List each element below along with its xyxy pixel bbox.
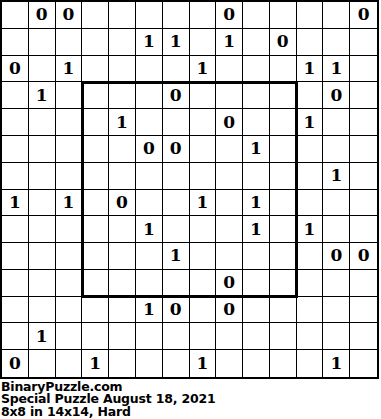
- cell-r4c7[interactable]: [190, 109, 217, 136]
- cell-r9c0[interactable]: [2, 243, 29, 270]
- cell-r7c0: 1: [2, 190, 29, 217]
- cell-r2c11: 1: [297, 56, 324, 83]
- cell-r0c13: 0: [350, 2, 377, 29]
- cell-r1c5: 1: [136, 29, 163, 56]
- cell-r5c12[interactable]: [323, 136, 350, 163]
- cell-r7c2: 1: [56, 190, 83, 217]
- cell-r9c12: 0: [323, 243, 350, 270]
- cell-r1c0[interactable]: [2, 29, 29, 56]
- cell-r6c3[interactable]: [82, 163, 109, 190]
- cell-r7c4: 0: [109, 190, 136, 217]
- cell-r3c4[interactable]: [109, 82, 136, 109]
- cell-r10c8: 0: [216, 270, 243, 297]
- cell-r11c5: 1: [136, 297, 163, 324]
- cell-r2c8[interactable]: [216, 56, 243, 83]
- cell-r6c4[interactable]: [109, 163, 136, 190]
- cell-r6c9[interactable]: [243, 163, 270, 190]
- cell-r11c11[interactable]: [297, 297, 324, 324]
- cell-r2c10[interactable]: [270, 56, 297, 83]
- cell-r5c7[interactable]: [190, 136, 217, 163]
- cell-r2c0: 0: [2, 56, 29, 83]
- cell-r1c13[interactable]: [350, 29, 377, 56]
- cell-r6c0[interactable]: [2, 163, 29, 190]
- cell-r5c2[interactable]: [56, 136, 83, 163]
- cell-r7c12[interactable]: [323, 190, 350, 217]
- cell-r0c8: 0: [216, 2, 243, 29]
- binary-puzzle-page: 0000111001111100101001111011111100010010…: [0, 0, 381, 419]
- cell-r12c4[interactable]: [109, 323, 136, 350]
- cell-r4c13[interactable]: [350, 109, 377, 136]
- cell-r10c11[interactable]: [297, 270, 324, 297]
- cell-r12c3[interactable]: [82, 323, 109, 350]
- cell-r13c7: 1: [190, 350, 217, 377]
- cell-r8c4[interactable]: [109, 216, 136, 243]
- puzzle-spec: 8x8 in 14x14, Hard: [1, 406, 381, 418]
- cell-r12c7[interactable]: [190, 323, 217, 350]
- cell-r12c12[interactable]: [323, 323, 350, 350]
- cell-r0c5[interactable]: [136, 2, 163, 29]
- cell-r7c1[interactable]: [29, 190, 56, 217]
- cell-r2c13[interactable]: [350, 56, 377, 83]
- cell-r10c4[interactable]: [109, 270, 136, 297]
- cell-r6c7[interactable]: [190, 163, 217, 190]
- cell-r13c1[interactable]: [29, 350, 56, 377]
- cell-r3c2[interactable]: [56, 82, 83, 109]
- cell-r12c10[interactable]: [270, 323, 297, 350]
- cell-r11c10[interactable]: [270, 297, 297, 324]
- cell-r11c4[interactable]: [109, 297, 136, 324]
- cell-r1c8: 1: [216, 29, 243, 56]
- cell-r11c3[interactable]: [82, 297, 109, 324]
- cell-r11c7[interactable]: [190, 297, 217, 324]
- cell-r7c9: 1: [243, 190, 270, 217]
- cell-r9c3[interactable]: [82, 243, 109, 270]
- cell-r4c6[interactable]: [163, 109, 190, 136]
- cell-r1c10: 0: [270, 29, 297, 56]
- cell-r4c10[interactable]: [270, 109, 297, 136]
- cell-r2c2: 1: [56, 56, 83, 83]
- cell-r12c1: 1: [29, 323, 56, 350]
- cell-r8c2[interactable]: [56, 216, 83, 243]
- cell-r3c10[interactable]: [270, 82, 297, 109]
- cell-r13c13[interactable]: [350, 350, 377, 377]
- cell-r9c13: 0: [350, 243, 377, 270]
- cell-r0c0[interactable]: [2, 2, 29, 29]
- cell-r3c3[interactable]: [82, 82, 109, 109]
- cell-r12c11[interactable]: [297, 323, 324, 350]
- cell-r4c5[interactable]: [136, 109, 163, 136]
- cell-r10c7[interactable]: [190, 270, 217, 297]
- cell-r8c6[interactable]: [163, 216, 190, 243]
- cell-r6c12: 1: [323, 163, 350, 190]
- cell-r9c2[interactable]: [56, 243, 83, 270]
- cell-r9c10[interactable]: [270, 243, 297, 270]
- cell-r2c12: 1: [323, 56, 350, 83]
- cell-r2c7: 1: [190, 56, 217, 83]
- cell-r1c9[interactable]: [243, 29, 270, 56]
- cell-r4c11: 1: [297, 109, 324, 136]
- cell-r12c13[interactable]: [350, 323, 377, 350]
- cell-r6c8[interactable]: [216, 163, 243, 190]
- cell-r4c4: 1: [109, 109, 136, 136]
- cell-r13c5[interactable]: [136, 350, 163, 377]
- cell-r8c7[interactable]: [190, 216, 217, 243]
- cell-r3c8[interactable]: [216, 82, 243, 109]
- cell-r4c2[interactable]: [56, 109, 83, 136]
- cell-r5c9: 1: [243, 136, 270, 163]
- cell-r2c5[interactable]: [136, 56, 163, 83]
- cell-r10c9[interactable]: [243, 270, 270, 297]
- cell-r9c9[interactable]: [243, 243, 270, 270]
- cell-r3c1: 1: [29, 82, 56, 109]
- cell-r13c10[interactable]: [270, 350, 297, 377]
- cell-r11c12[interactable]: [323, 297, 350, 324]
- cell-r9c11[interactable]: [297, 243, 324, 270]
- cell-r1c2[interactable]: [56, 29, 83, 56]
- cell-r5c6: 0: [163, 136, 190, 163]
- cell-r0c6[interactable]: [163, 2, 190, 29]
- cell-r11c0[interactable]: [2, 297, 29, 324]
- cell-r4c12[interactable]: [323, 109, 350, 136]
- cell-r8c13[interactable]: [350, 216, 377, 243]
- cell-r9c8[interactable]: [216, 243, 243, 270]
- puzzle-board: 0000111001111100101001111011111100010010…: [0, 0, 379, 379]
- cell-r10c3[interactable]: [82, 270, 109, 297]
- cell-r3c12: 0: [323, 82, 350, 109]
- cell-r8c10[interactable]: [270, 216, 297, 243]
- cell-r11c13[interactable]: [350, 297, 377, 324]
- cell-r10c2[interactable]: [56, 270, 83, 297]
- cell-r13c9[interactable]: [243, 350, 270, 377]
- cell-r1c11[interactable]: [297, 29, 324, 56]
- cell-r3c13[interactable]: [350, 82, 377, 109]
- cell-r1c4[interactable]: [109, 29, 136, 56]
- cell-r11c2[interactable]: [56, 297, 83, 324]
- cell-r13c0: 0: [2, 350, 29, 377]
- cell-r5c1[interactable]: [29, 136, 56, 163]
- cell-r3c11[interactable]: [297, 82, 324, 109]
- cell-r0c3[interactable]: [82, 2, 109, 29]
- cell-r13c3: 1: [82, 350, 109, 377]
- cell-r12c6[interactable]: [163, 323, 190, 350]
- cell-r5c11[interactable]: [297, 136, 324, 163]
- cell-r1c12[interactable]: [323, 29, 350, 56]
- cell-r10c1[interactable]: [29, 270, 56, 297]
- cell-r1c3[interactable]: [82, 29, 109, 56]
- cell-r1c1[interactable]: [29, 29, 56, 56]
- cell-r13c6[interactable]: [163, 350, 190, 377]
- cell-r6c11[interactable]: [297, 163, 324, 190]
- cell-r3c6: 0: [163, 82, 190, 109]
- cell-r2c6[interactable]: [163, 56, 190, 83]
- cell-r10c12[interactable]: [323, 270, 350, 297]
- cell-r6c10[interactable]: [270, 163, 297, 190]
- cell-r8c11: 1: [297, 216, 324, 243]
- cell-r8c12[interactable]: [323, 216, 350, 243]
- cell-r4c8: 0: [216, 109, 243, 136]
- cell-r8c1[interactable]: [29, 216, 56, 243]
- cell-r0c7[interactable]: [190, 2, 217, 29]
- cell-r13c8[interactable]: [216, 350, 243, 377]
- cell-r9c5[interactable]: [136, 243, 163, 270]
- cell-r5c3[interactable]: [82, 136, 109, 163]
- cell-r9c6: 1: [163, 243, 190, 270]
- cell-r0c1: 0: [29, 2, 56, 29]
- cell-r7c11[interactable]: [297, 190, 324, 217]
- cell-r8c9: 1: [243, 216, 270, 243]
- cell-r4c0[interactable]: [2, 109, 29, 136]
- cell-r13c2[interactable]: [56, 350, 83, 377]
- cell-r6c1[interactable]: [29, 163, 56, 190]
- cell-r1c7[interactable]: [190, 29, 217, 56]
- cell-r7c3[interactable]: [82, 190, 109, 217]
- cell-r10c0[interactable]: [2, 270, 29, 297]
- puzzle-footer: BinaryPuzzle.com Special Puzzle August 1…: [1, 381, 381, 418]
- cell-r5c5: 0: [136, 136, 163, 163]
- cell-r7c8[interactable]: [216, 190, 243, 217]
- cell-r8c3[interactable]: [82, 216, 109, 243]
- cell-r8c0[interactable]: [2, 216, 29, 243]
- cell-r1c6: 1: [163, 29, 190, 56]
- cell-r6c2[interactable]: [56, 163, 83, 190]
- cell-r11c8: 0: [216, 297, 243, 324]
- cell-r13c4[interactable]: [109, 350, 136, 377]
- cell-r12c8[interactable]: [216, 323, 243, 350]
- cell-r10c6[interactable]: [163, 270, 190, 297]
- cell-r5c8[interactable]: [216, 136, 243, 163]
- cell-r11c9[interactable]: [243, 297, 270, 324]
- cell-r3c5[interactable]: [136, 82, 163, 109]
- cell-r9c1[interactable]: [29, 243, 56, 270]
- cell-r7c5[interactable]: [136, 190, 163, 217]
- cell-r3c0[interactable]: [2, 82, 29, 109]
- cell-r8c8[interactable]: [216, 216, 243, 243]
- cell-r4c1[interactable]: [29, 109, 56, 136]
- cell-r2c1[interactable]: [29, 56, 56, 83]
- cell-r5c4[interactable]: [109, 136, 136, 163]
- cell-r11c6: 0: [163, 297, 190, 324]
- cell-r10c13[interactable]: [350, 270, 377, 297]
- cell-r5c10[interactable]: [270, 136, 297, 163]
- cell-r7c10[interactable]: [270, 190, 297, 217]
- cell-r12c5[interactable]: [136, 323, 163, 350]
- cell-r0c4[interactable]: [109, 2, 136, 29]
- cell-r7c7: 1: [190, 190, 217, 217]
- cell-r0c12[interactable]: [323, 2, 350, 29]
- cell-r6c5[interactable]: [136, 163, 163, 190]
- cell-r3c7[interactable]: [190, 82, 217, 109]
- cell-r11c1[interactable]: [29, 297, 56, 324]
- cell-r6c6[interactable]: [163, 163, 190, 190]
- cell-r13c11[interactable]: [297, 350, 324, 377]
- cell-r2c9[interactable]: [243, 56, 270, 83]
- cell-r2c3[interactable]: [82, 56, 109, 83]
- cell-r4c3[interactable]: [82, 109, 109, 136]
- cell-r6c13[interactable]: [350, 163, 377, 190]
- cell-r2c4[interactable]: [109, 56, 136, 83]
- cell-r5c0[interactable]: [2, 136, 29, 163]
- cell-r12c9[interactable]: [243, 323, 270, 350]
- cell-r3c9[interactable]: [243, 82, 270, 109]
- cell-r8c5: 1: [136, 216, 163, 243]
- cell-r10c10[interactable]: [270, 270, 297, 297]
- cell-r10c5[interactable]: [136, 270, 163, 297]
- cell-r7c6[interactable]: [163, 190, 190, 217]
- cell-r9c7[interactable]: [190, 243, 217, 270]
- cell-r12c0[interactable]: [2, 323, 29, 350]
- cell-r0c11[interactable]: [297, 2, 324, 29]
- cell-r12c2[interactable]: [56, 323, 83, 350]
- cell-r0c10[interactable]: [270, 2, 297, 29]
- cell-r4c9[interactable]: [243, 109, 270, 136]
- cell-r0c9[interactable]: [243, 2, 270, 29]
- cell-r5c13[interactable]: [350, 136, 377, 163]
- cell-r13c12: 1: [323, 350, 350, 377]
- cell-r7c13[interactable]: [350, 190, 377, 217]
- cell-r0c2: 0: [56, 2, 83, 29]
- cell-r9c4[interactable]: [109, 243, 136, 270]
